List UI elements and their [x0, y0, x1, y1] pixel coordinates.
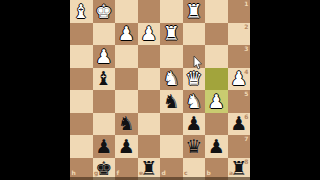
file-label-b: b: [207, 170, 211, 176]
square-f2[interactable]: ♟: [115, 23, 138, 46]
square-a6[interactable]: 6♟: [228, 113, 251, 136]
black-bishop[interactable]: ♝: [95, 69, 112, 88]
square-h5[interactable]: [70, 90, 93, 113]
black-pawn[interactable]: ♟: [118, 136, 135, 155]
square-e3[interactable]: [138, 45, 161, 68]
white-pawn[interactable]: ♟: [118, 24, 135, 43]
white-bishop[interactable]: ♝: [73, 1, 90, 20]
black-rook[interactable]: ♜: [140, 159, 157, 178]
rank-label-1: 1: [244, 1, 248, 7]
white-rook[interactable]: ♜: [185, 1, 202, 20]
square-d5[interactable]: ♞: [160, 90, 183, 113]
board-bottom-edge: [70, 177, 250, 180]
square-h3[interactable]: [70, 45, 93, 68]
square-h2[interactable]: [70, 23, 93, 46]
square-f7[interactable]: ♟: [115, 135, 138, 158]
square-d4[interactable]: ♞: [160, 68, 183, 91]
black-queen[interactable]: ♛: [185, 136, 202, 155]
square-f5[interactable]: [115, 90, 138, 113]
square-e7[interactable]: [138, 135, 161, 158]
square-f6[interactable]: ♞: [115, 113, 138, 136]
square-e2[interactable]: ♟: [138, 23, 161, 46]
white-pawn[interactable]: ♟: [95, 46, 112, 65]
square-d1[interactable]: [160, 0, 183, 23]
square-a2[interactable]: 2: [228, 23, 251, 46]
square-h6[interactable]: [70, 113, 93, 136]
square-e6[interactable]: [138, 113, 161, 136]
square-g7[interactable]: ♟: [93, 135, 116, 158]
white-pawn[interactable]: ♟: [208, 91, 225, 110]
square-f3[interactable]: [115, 45, 138, 68]
black-knight[interactable]: ♞: [163, 91, 180, 110]
square-d6[interactable]: [160, 113, 183, 136]
square-a3[interactable]: 3: [228, 45, 251, 68]
square-h1[interactable]: ♝: [70, 0, 93, 23]
square-f4[interactable]: [115, 68, 138, 91]
black-rook[interactable]: ♜: [230, 159, 247, 178]
square-b6[interactable]: [205, 113, 228, 136]
square-c7[interactable]: ♛: [183, 135, 206, 158]
black-pawn[interactable]: ♟: [185, 114, 202, 133]
square-d7[interactable]: [160, 135, 183, 158]
square-e1[interactable]: [138, 0, 161, 23]
rank-label-7: 7: [244, 136, 248, 142]
white-pawn[interactable]: ♟: [230, 69, 247, 88]
square-e5[interactable]: [138, 90, 161, 113]
square-b2[interactable]: [205, 23, 228, 46]
square-b1[interactable]: [205, 0, 228, 23]
square-g2[interactable]: [93, 23, 116, 46]
white-pawn[interactable]: ♟: [140, 24, 157, 43]
square-g1[interactable]: ♚: [93, 0, 116, 23]
square-g3[interactable]: ♟: [93, 45, 116, 68]
file-label-c: c: [184, 170, 188, 176]
square-b4[interactable]: [205, 68, 228, 91]
square-a5[interactable]: 5: [228, 90, 251, 113]
square-g6[interactable]: [93, 113, 116, 136]
square-b3[interactable]: [205, 45, 228, 68]
square-a4[interactable]: 4♟: [228, 68, 251, 91]
square-c5[interactable]: ♞: [183, 90, 206, 113]
square-a7[interactable]: 7: [228, 135, 251, 158]
rank-label-3: 3: [244, 46, 248, 52]
square-b5[interactable]: ♟: [205, 90, 228, 113]
black-pawn[interactable]: ♟: [230, 114, 247, 133]
white-queen[interactable]: ♛: [185, 69, 202, 88]
file-label-d: d: [162, 170, 166, 176]
square-c6[interactable]: ♟: [183, 113, 206, 136]
square-d2[interactable]: ♜: [160, 23, 183, 46]
square-b7[interactable]: ♟: [205, 135, 228, 158]
square-c1[interactable]: ♜: [183, 0, 206, 23]
square-h4[interactable]: [70, 68, 93, 91]
square-c2[interactable]: [183, 23, 206, 46]
file-label-h: h: [72, 170, 76, 176]
rank-label-5: 5: [244, 91, 248, 97]
white-rook[interactable]: ♜: [163, 24, 180, 43]
black-pawn[interactable]: ♟: [95, 136, 112, 155]
square-g5[interactable]: [93, 90, 116, 113]
mouse-cursor-icon: [193, 55, 203, 69]
square-h7[interactable]: [70, 135, 93, 158]
square-g4[interactable]: ♝: [93, 68, 116, 91]
rank-label-2: 2: [244, 24, 248, 30]
white-knight[interactable]: ♞: [185, 91, 202, 110]
square-f1[interactable]: [115, 0, 138, 23]
square-a1[interactable]: 1: [228, 0, 251, 23]
black-king[interactable]: ♚: [95, 159, 112, 178]
chess-board: ♝♚♜1♟♟♜2♟3♝♞♛4♟♞♞♟5♞♟6♟♟♟♛♟7hg♚fe♜dcb8a♜: [70, 0, 250, 180]
page-background: ♝♚♜1♟♟♜2♟3♝♞♛4♟♞♞♟5♞♟6♟♟♟♛♟7hg♚fe♜dcb8a♜: [0, 0, 320, 180]
square-e4[interactable]: [138, 68, 161, 91]
file-label-f: f: [117, 170, 120, 176]
square-c4[interactable]: ♛: [183, 68, 206, 91]
black-knight[interactable]: ♞: [118, 114, 135, 133]
white-king[interactable]: ♚: [95, 1, 112, 20]
white-knight[interactable]: ♞: [163, 69, 180, 88]
black-pawn[interactable]: ♟: [208, 136, 225, 155]
square-d3[interactable]: [160, 45, 183, 68]
